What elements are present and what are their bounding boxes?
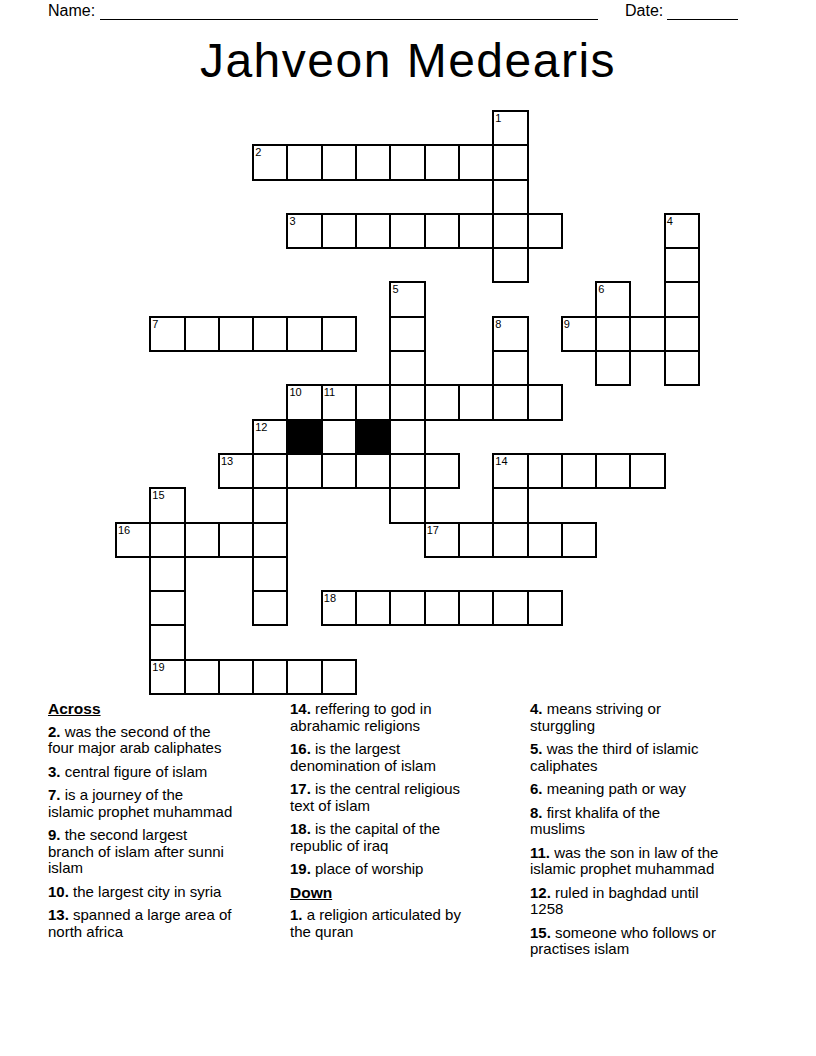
grid-cell[interactable] [252, 316, 288, 352]
name-blank-line[interactable] [100, 2, 598, 20]
black-cell [355, 419, 391, 455]
grid-cell[interactable] [492, 487, 528, 523]
clue-number: 15. [530, 924, 551, 941]
clue-number: 4. [530, 700, 543, 717]
grid-cell[interactable] [527, 453, 563, 489]
crossword-grid: 12345678910111213141516171819 [116, 111, 699, 694]
grid-cell[interactable] [252, 590, 288, 626]
grid-cell[interactable] [595, 453, 631, 489]
clue-number: 16. [290, 740, 311, 757]
grid-cell[interactable] [355, 384, 391, 420]
grid-cell[interactable] [424, 453, 460, 489]
cell-number: 3 [289, 215, 295, 227]
clue-item: 11. was the son in law of theislamic pro… [530, 845, 784, 878]
grid-cell[interactable] [321, 316, 357, 352]
grid-cell[interactable]: 15 [149, 487, 185, 523]
grid-cell[interactable] [355, 213, 391, 249]
grid-cell[interactable] [321, 144, 357, 180]
grid-cell[interactable] [286, 453, 322, 489]
clue-number: 1. [290, 906, 303, 923]
clue-number: 3. [48, 763, 61, 780]
clue-item: 9. the second largestbranch of islam aft… [48, 827, 296, 877]
grid-cell[interactable] [252, 556, 288, 592]
clue-number: 12. [530, 884, 551, 901]
cell-number: 8 [495, 318, 501, 330]
cell-number: 19 [152, 661, 164, 673]
grid-cell[interactable]: 2 [252, 144, 288, 180]
cell-number: 4 [667, 215, 673, 227]
grid-cell[interactable] [527, 384, 563, 420]
clue-item: 14. reffering to god inabrahamic religio… [290, 701, 530, 734]
cell-number: 6 [598, 283, 604, 295]
grid-cell[interactable] [389, 316, 425, 352]
clue-number: 17. [290, 780, 311, 797]
grid-cell[interactable] [664, 281, 700, 317]
grid-cell[interactable] [389, 384, 425, 420]
grid-cell[interactable] [561, 453, 597, 489]
clue-item: 17. is the central religioustext of isla… [290, 781, 530, 814]
grid-cell[interactable] [389, 144, 425, 180]
clue-item: 10. the largest city in syria [48, 884, 296, 901]
cell-number: 16 [118, 524, 130, 536]
grid-cell[interactable] [218, 316, 254, 352]
grid-cell[interactable]: 12 [252, 419, 288, 455]
clue-number: 11. [530, 844, 550, 861]
grid-cell[interactable] [184, 522, 220, 558]
down-heading: Down [290, 885, 530, 902]
grid-cell[interactable] [595, 316, 631, 352]
grid-cell[interactable] [149, 522, 185, 558]
grid-cell[interactable] [458, 384, 494, 420]
grid-cell[interactable] [458, 144, 494, 180]
cell-number: 5 [392, 283, 398, 295]
grid-cell[interactable] [149, 590, 185, 626]
grid-cell[interactable]: 3 [286, 213, 322, 249]
grid-cell[interactable] [389, 213, 425, 249]
clues-column-2: 14. reffering to god inabrahamic religio… [290, 701, 530, 947]
grid-cell[interactable]: 8 [492, 316, 528, 352]
cell-number: 12 [255, 421, 267, 433]
grid-cell[interactable] [492, 213, 528, 249]
grid-cell[interactable]: 18 [321, 590, 357, 626]
clue-item: 5. was the third of islamiccaliphates [530, 741, 784, 774]
grid-cell[interactable] [424, 144, 460, 180]
grid-cell[interactable] [389, 453, 425, 489]
cell-number: 7 [152, 318, 158, 330]
grid-cell[interactable] [286, 316, 322, 352]
grid-cell[interactable] [527, 590, 563, 626]
cell-number: 2 [255, 146, 261, 158]
clue-number: 6. [530, 780, 543, 797]
grid-cell[interactable] [492, 590, 528, 626]
clue-number: 8. [530, 804, 543, 821]
clue-item: 8. first khalifa of themuslims [530, 805, 784, 838]
name-label: Name: [48, 2, 95, 20]
grid-cell[interactable]: 4 [664, 213, 700, 249]
grid-cell[interactable] [355, 590, 391, 626]
grid-cell[interactable] [252, 522, 288, 558]
clue-number: 7. [48, 786, 61, 803]
cell-number: 11 [324, 386, 335, 398]
grid-cell[interactable] [286, 144, 322, 180]
cell-number: 14 [495, 455, 507, 467]
grid-cell[interactable]: 13 [218, 453, 254, 489]
clue-number: 5. [530, 740, 543, 757]
clue-item: 19. place of worship [290, 861, 530, 878]
grid-cell[interactable] [252, 487, 288, 523]
grid-cell[interactable] [218, 522, 254, 558]
page-title: Jahveon Medearis [0, 36, 816, 86]
clue-item: 3. central figure of islam [48, 764, 296, 781]
grid-cell[interactable] [286, 659, 322, 695]
clue-item: 2. was the second of thefour major arab … [48, 724, 296, 757]
clue-item: 13. spanned a large area ofnorth africa [48, 907, 296, 940]
grid-cell[interactable]: 9 [561, 316, 597, 352]
grid-cell[interactable]: 5 [389, 281, 425, 317]
grid-cell[interactable] [458, 522, 494, 558]
cell-number: 10 [289, 386, 301, 398]
grid-cell[interactable]: 19 [149, 659, 185, 695]
grid-cell[interactable] [149, 624, 185, 660]
grid-cell[interactable] [561, 522, 597, 558]
clue-item: 6. meaning path or way [530, 781, 784, 798]
date-label: Date: [625, 2, 663, 20]
grid-cell[interactable] [149, 556, 185, 592]
grid-cell[interactable] [492, 384, 528, 420]
clue-number: 18. [290, 820, 311, 837]
grid-cell[interactable] [389, 590, 425, 626]
clue-number: 19. [290, 860, 311, 877]
grid-cell[interactable] [389, 350, 425, 386]
grid-cell[interactable] [184, 659, 220, 695]
grid-cell[interactable] [321, 659, 357, 695]
grid-cell[interactable] [527, 213, 563, 249]
grid-cell[interactable] [492, 247, 528, 283]
grid-cell[interactable] [389, 487, 425, 523]
clue-item: 15. someone who follows orpractises isla… [530, 925, 784, 958]
grid-cell[interactable] [184, 316, 220, 352]
grid-cell[interactable] [629, 453, 665, 489]
clue-number: 14. [290, 700, 311, 717]
clue-number: 10. [48, 883, 69, 900]
grid-cell[interactable]: 7 [149, 316, 185, 352]
clue-item: 16. is the largestdenomination of islam [290, 741, 530, 774]
grid-cell[interactable]: 1 [492, 110, 528, 146]
grid-cell[interactable] [389, 419, 425, 455]
grid-cell[interactable]: 16 [115, 522, 151, 558]
grid-cell[interactable] [321, 213, 357, 249]
grid-cell[interactable] [664, 350, 700, 386]
grid-cell[interactable] [629, 316, 665, 352]
grid-cell[interactable]: 11 [321, 384, 357, 420]
grid-cell[interactable]: 6 [595, 281, 631, 317]
clue-item: 12. ruled in baghdad until1258 [530, 885, 784, 918]
clue-item: 18. is the capital of therepublic of ira… [290, 821, 530, 854]
cell-number: 17 [427, 524, 439, 536]
grid-cell[interactable] [424, 384, 460, 420]
grid-cell[interactable] [458, 213, 494, 249]
grid-cell[interactable]: 17 [424, 522, 460, 558]
grid-cell[interactable] [492, 179, 528, 215]
grid-cell[interactable] [252, 659, 288, 695]
clue-number: 2. [48, 723, 61, 740]
grid-cell[interactable] [355, 453, 391, 489]
grid-cell[interactable] [252, 453, 288, 489]
clue-item: 7. is a journey of theislamic prophet mu… [48, 787, 296, 820]
grid-cell[interactable] [218, 659, 254, 695]
grid-cell[interactable] [424, 590, 460, 626]
grid-cell[interactable] [458, 590, 494, 626]
grid-cell[interactable]: 10 [286, 384, 322, 420]
cell-number: 9 [564, 318, 570, 330]
grid-cell[interactable] [355, 144, 391, 180]
grid-cell[interactable] [595, 350, 631, 386]
grid-cell[interactable] [492, 144, 528, 180]
grid-cell[interactable] [321, 453, 357, 489]
grid-cell[interactable] [527, 522, 563, 558]
grid-cell[interactable] [664, 247, 700, 283]
cell-number: 13 [221, 455, 233, 467]
across-heading: Across [48, 701, 296, 718]
grid-cell[interactable] [321, 419, 357, 455]
grid-cell[interactable]: 14 [492, 453, 528, 489]
cell-number: 18 [324, 592, 336, 604]
date-blank-line[interactable] [667, 2, 738, 20]
clue-item: 1. a religion articulated bythe quran [290, 907, 530, 940]
clue-item: 4. means striving orsturggling [530, 701, 784, 734]
black-cell [286, 419, 322, 455]
cell-number: 1 [495, 112, 501, 124]
clue-number: 9. [48, 826, 61, 843]
clue-number: 13. [48, 906, 69, 923]
grid-cell[interactable] [492, 350, 528, 386]
clues-column-3: 4. means striving orsturggling5. was the… [530, 701, 784, 965]
grid-cell[interactable] [492, 522, 528, 558]
cell-number: 15 [152, 489, 164, 501]
grid-cell[interactable] [424, 213, 460, 249]
grid-cell[interactable] [664, 316, 700, 352]
clues-column-1: Across2. was the second of thefour major… [48, 701, 296, 947]
